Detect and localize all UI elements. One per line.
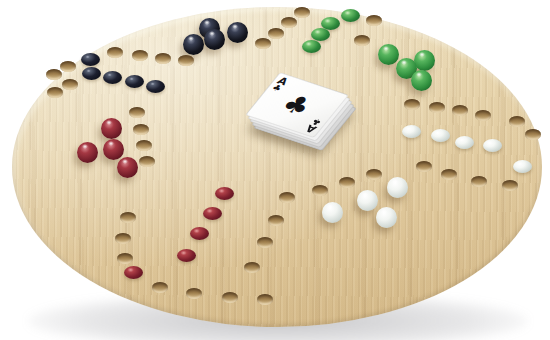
red-marble[interactable] [103, 139, 124, 160]
board-hole [502, 180, 518, 191]
board-hole [255, 38, 271, 49]
board-hole [222, 292, 238, 303]
white-marble[interactable] [387, 177, 408, 198]
board-hole [404, 99, 420, 110]
board-hole [133, 124, 149, 135]
board-hole [452, 105, 468, 116]
board-hole [132, 50, 148, 61]
white-marble[interactable] [455, 136, 474, 149]
red-marble[interactable] [203, 207, 222, 220]
white-marble[interactable] [376, 207, 397, 228]
red-marble[interactable] [117, 157, 138, 178]
white-marble[interactable] [322, 202, 343, 223]
board-hole [62, 79, 78, 90]
black-marble[interactable] [125, 75, 144, 88]
black-marble[interactable] [103, 71, 122, 84]
black-marble[interactable] [204, 29, 225, 50]
green-marble[interactable] [378, 44, 399, 65]
board-hole [46, 69, 62, 80]
black-marble[interactable] [81, 53, 100, 66]
board-hole [354, 35, 370, 46]
board-hole [47, 87, 63, 98]
board-hole [268, 28, 284, 39]
board-hole [178, 55, 194, 66]
white-marble[interactable] [402, 125, 421, 138]
board-hole [268, 215, 284, 226]
black-marble[interactable] [146, 80, 165, 93]
board-hole [294, 7, 310, 18]
board-hole [429, 102, 445, 113]
board-hole [186, 288, 202, 299]
board-game-photo: A♣ ♣ A♣ [0, 0, 550, 340]
board-hole [279, 192, 295, 203]
board-hole [129, 107, 145, 118]
white-marble[interactable] [357, 190, 378, 211]
board-hole [366, 15, 382, 26]
green-marble[interactable] [311, 28, 330, 41]
board-hole [115, 233, 131, 244]
board-hole [60, 61, 76, 72]
board-hole [366, 169, 382, 180]
board-hole [281, 17, 297, 28]
green-marble[interactable] [341, 9, 360, 22]
green-marble[interactable] [414, 50, 435, 71]
red-marble[interactable] [190, 227, 209, 240]
board-hole [257, 237, 273, 248]
board-hole [416, 161, 432, 172]
board-hole [120, 212, 136, 223]
black-marble[interactable] [227, 22, 248, 43]
red-marble[interactable] [215, 187, 234, 200]
black-marble[interactable] [183, 34, 204, 55]
white-marble[interactable] [513, 160, 532, 173]
red-marble[interactable] [124, 266, 143, 279]
board-hole [152, 282, 168, 293]
green-marble[interactable] [411, 70, 432, 91]
board-hole [475, 110, 491, 121]
board-hole [117, 253, 133, 264]
board-hole [525, 129, 541, 140]
board-hole [257, 294, 273, 305]
red-marble[interactable] [101, 118, 122, 139]
board-hole [312, 185, 328, 196]
board-hole [107, 47, 123, 58]
black-marble[interactable] [82, 67, 101, 80]
board-hole [339, 177, 355, 188]
board-hole [155, 53, 171, 64]
game-board: A♣ ♣ A♣ [12, 7, 542, 327]
board-hole [441, 169, 457, 180]
red-marble[interactable] [177, 249, 196, 262]
board-hole [471, 176, 487, 187]
board-hole [139, 156, 155, 167]
white-marble[interactable] [431, 129, 450, 142]
white-marble[interactable] [483, 139, 502, 152]
board-hole [136, 140, 152, 151]
board-hole [244, 262, 260, 273]
red-marble[interactable] [77, 142, 98, 163]
board-hole [509, 116, 525, 127]
green-marble[interactable] [302, 40, 321, 53]
